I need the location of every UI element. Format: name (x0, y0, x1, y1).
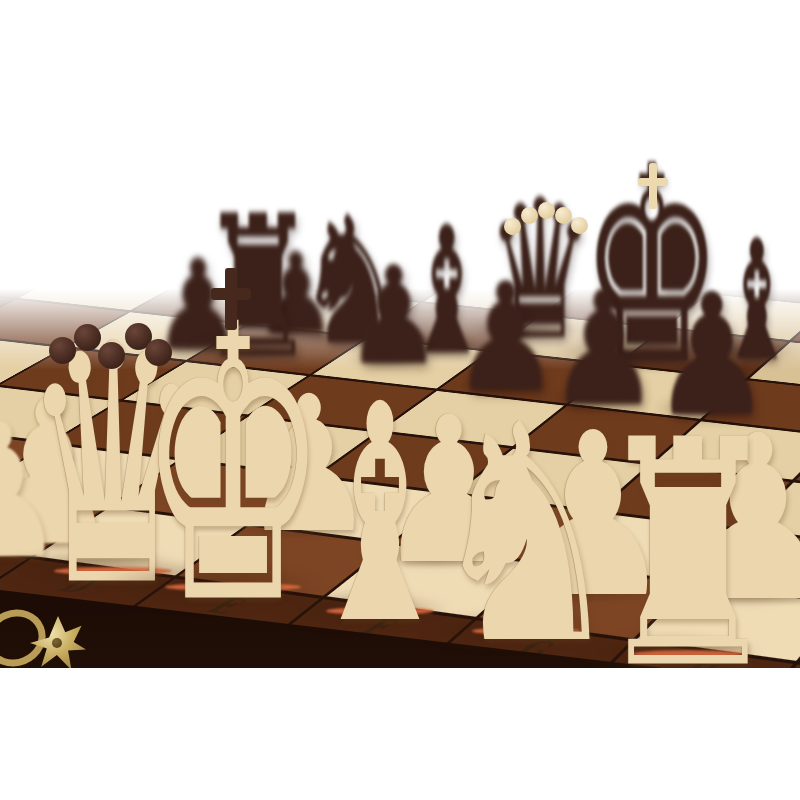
dark-queen-crown-balls (504, 218, 521, 235)
dark-king-cross-finial (638, 178, 668, 186)
white-queen-crown-balls (98, 342, 125, 369)
pieces-layer: ♟♛♞♟♝♜♚♝♟♟♟♟♟♟♟♟♛♚♟♟♝♞♜ (0, 0, 800, 800)
chess-set-product-photo: DEFGH ♟♛♞♟♝♜♚♝♟♟♟♟♟♟♟♟♛♚♟♟♝♞♜ (0, 0, 800, 800)
white-rook-h1: ♜ (593, 399, 783, 711)
chess-set-scene: DEFGH ♟♛♞♟♝♜♚♝♟♟♟♟♟♟♟♟♛♚♟♟♝♞♜ (0, 0, 800, 800)
dark-queen-crown-balls (571, 217, 588, 234)
dark-queen-crown-balls (521, 207, 538, 224)
white-queen-crown-balls (74, 324, 101, 351)
white-queen-crown-balls (145, 339, 172, 366)
dark-queen-crown-balls (538, 202, 555, 219)
dark-queen-crown-balls (555, 207, 572, 224)
white-king-cross-finial (211, 288, 252, 299)
white-queen-crown-balls (49, 337, 76, 364)
frame-cell (766, 665, 800, 716)
